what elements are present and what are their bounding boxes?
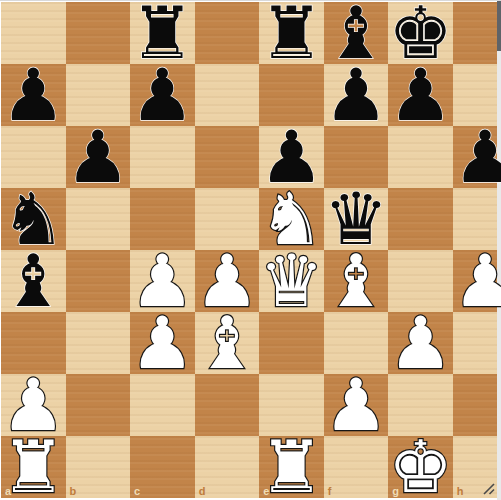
square-b4[interactable]: [66, 250, 131, 312]
square-h2[interactable]: 2: [453, 374, 501, 436]
white-bishop[interactable]: ♝: [324, 250, 389, 312]
square-a7[interactable]: ♟: [1, 64, 66, 126]
chess-widget: ♜♜♝♚8♟♟♟♟7♟♟♟6♞♞♛5♝♟♟♛♝♟4♟♝♟3♟♟2♜abcd♜ef…: [0, 0, 501, 500]
white-pawn[interactable]: ♟: [324, 374, 389, 436]
square-c7[interactable]: ♟: [130, 64, 195, 126]
square-h4[interactable]: ♟4: [453, 250, 501, 312]
square-e4[interactable]: ♛: [259, 250, 324, 312]
square-b3[interactable]: [66, 312, 131, 374]
square-d8[interactable]: [195, 2, 260, 64]
square-b6[interactable]: ♟: [66, 126, 131, 188]
black-rook[interactable]: ♜: [259, 2, 324, 64]
resize-grip-icon[interactable]: [483, 483, 495, 495]
square-f7[interactable]: ♟: [324, 64, 389, 126]
square-g5[interactable]: [388, 188, 453, 250]
square-d7[interactable]: [195, 64, 260, 126]
white-queen[interactable]: ♛: [259, 250, 324, 312]
square-h8[interactable]: 8: [453, 2, 501, 64]
square-c1[interactable]: c: [130, 436, 195, 498]
square-d3[interactable]: ♝: [195, 312, 260, 374]
black-pawn[interactable]: ♟: [130, 64, 195, 126]
scrollbar-thumb[interactable]: [497, 1, 501, 51]
black-pawn[interactable]: ♟: [1, 64, 66, 126]
square-a1[interactable]: ♜a: [1, 436, 66, 498]
square-a4[interactable]: ♝: [1, 250, 66, 312]
black-pawn[interactable]: ♟: [388, 64, 453, 126]
square-b8[interactable]: [66, 2, 131, 64]
file-label-b: b: [70, 485, 77, 497]
square-f4[interactable]: ♝: [324, 250, 389, 312]
white-pawn[interactable]: ♟: [130, 312, 195, 374]
white-pawn[interactable]: ♟: [453, 250, 501, 312]
black-pawn[interactable]: ♟: [453, 126, 501, 188]
square-e8[interactable]: ♜: [259, 2, 324, 64]
square-d6[interactable]: [195, 126, 260, 188]
square-c3[interactable]: ♟: [130, 312, 195, 374]
file-label-h: h: [457, 485, 464, 497]
square-h6[interactable]: ♟6: [453, 126, 501, 188]
black-pawn[interactable]: ♟: [324, 64, 389, 126]
square-d1[interactable]: d: [195, 436, 260, 498]
square-g3[interactable]: ♟: [388, 312, 453, 374]
square-e1[interactable]: ♜e: [259, 436, 324, 498]
black-bishop[interactable]: ♝: [1, 250, 66, 312]
square-g1[interactable]: ♚g: [388, 436, 453, 498]
black-pawn[interactable]: ♟: [66, 126, 131, 188]
white-rook[interactable]: ♜: [259, 436, 324, 498]
white-rook[interactable]: ♜: [1, 436, 66, 498]
white-king[interactable]: ♚: [388, 436, 453, 498]
file-label-c: c: [134, 485, 140, 497]
white-bishop[interactable]: ♝: [195, 312, 260, 374]
square-f2[interactable]: ♟: [324, 374, 389, 436]
square-b1[interactable]: b: [66, 436, 131, 498]
square-b2[interactable]: [66, 374, 131, 436]
file-label-d: d: [199, 485, 206, 497]
file-label-f: f: [328, 485, 332, 497]
white-pawn[interactable]: ♟: [388, 312, 453, 374]
chess-board: ♜♜♝♚8♟♟♟♟7♟♟♟6♞♞♛5♝♟♟♛♝♟4♟♝♟3♟♟2♜abcd♜ef…: [1, 2, 497, 498]
square-g7[interactable]: ♟: [388, 64, 453, 126]
